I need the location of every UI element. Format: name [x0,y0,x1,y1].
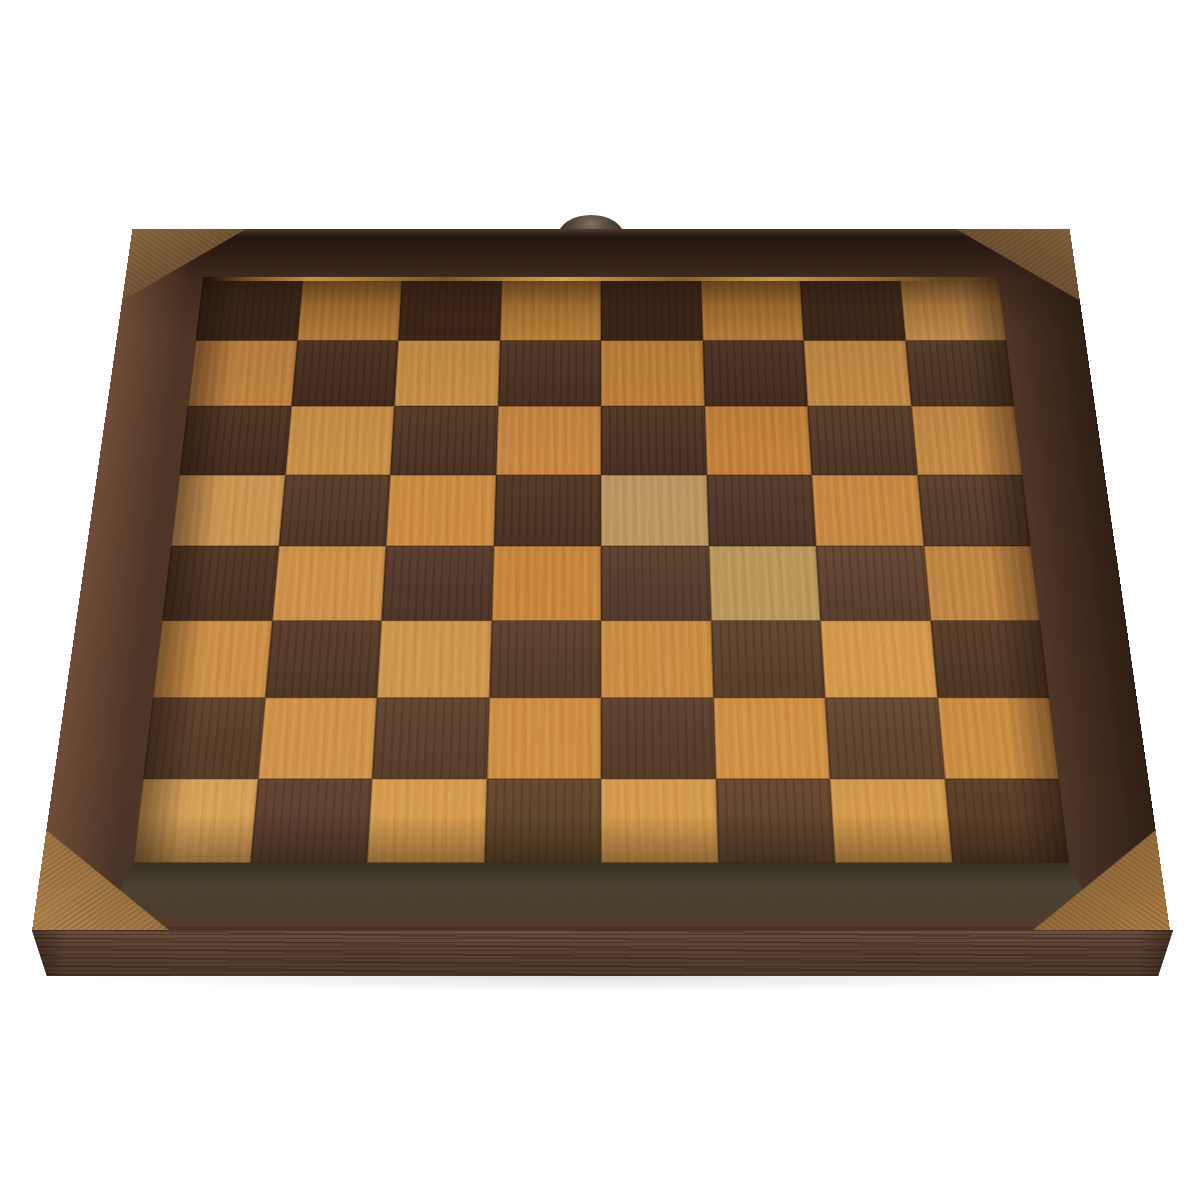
square-a1[interactable] [133,778,258,862]
square-c8[interactable] [398,277,501,340]
square-f8[interactable] [700,277,803,340]
light-glint [210,277,992,281]
square-f2[interactable] [713,698,830,779]
square-h7[interactable] [905,340,1014,406]
square-h5[interactable] [917,475,1031,546]
square-d5[interactable] [494,475,602,546]
square-c3[interactable] [377,620,491,697]
square-d1[interactable] [484,778,601,862]
square-c1[interactable] [367,778,486,862]
square-a7[interactable] [188,340,297,406]
square-f6[interactable] [704,406,811,475]
square-g5[interactable] [812,475,924,546]
square-f4[interactable] [709,546,821,620]
square-c2[interactable] [372,698,489,779]
square-d2[interactable] [487,698,601,779]
square-g2[interactable] [825,698,944,779]
square-h1[interactable] [944,778,1069,862]
square-g3[interactable] [820,620,937,697]
square-a6[interactable] [180,406,292,475]
square-g6[interactable] [808,406,917,475]
square-e2[interactable] [601,698,715,779]
square-h6[interactable] [911,406,1023,475]
square-f5[interactable] [706,475,816,546]
board-front-edge [32,930,1173,976]
square-c7[interactable] [394,340,499,406]
square-c6[interactable] [390,406,497,475]
board-scene [0,0,1200,1200]
square-g4[interactable] [816,546,930,620]
square-h3[interactable] [930,620,1049,697]
square-b4[interactable] [272,546,386,620]
square-e6[interactable] [601,406,706,475]
square-b6[interactable] [285,406,394,475]
square-h8[interactable] [899,277,1006,340]
square-d4[interactable] [491,546,601,620]
square-h2[interactable] [937,698,1059,779]
square-e8[interactable] [601,277,702,340]
square-a2[interactable] [143,698,265,779]
square-e7[interactable] [601,340,704,406]
square-c5[interactable] [386,475,496,546]
square-d6[interactable] [496,406,601,475]
square-d8[interactable] [500,277,601,340]
square-h4[interactable] [924,546,1040,620]
square-g8[interactable] [800,277,905,340]
chessboard [32,229,1170,931]
square-a4[interactable] [162,546,278,620]
square-d3[interactable] [489,620,601,697]
checkerboard-grid [133,277,1069,863]
square-g1[interactable] [830,778,952,862]
square-f1[interactable] [715,778,834,862]
square-d7[interactable] [498,340,601,406]
square-g7[interactable] [804,340,911,406]
square-a5[interactable] [171,475,285,546]
board-well [133,277,1069,863]
square-a3[interactable] [153,620,272,697]
square-c4[interactable] [382,546,494,620]
recess-wall [101,862,1101,927]
square-a8[interactable] [196,277,303,340]
square-e4[interactable] [601,546,711,620]
square-b2[interactable] [258,698,377,779]
square-b8[interactable] [297,277,402,340]
square-b3[interactable] [265,620,382,697]
square-e5[interactable] [601,475,709,546]
square-f7[interactable] [702,340,807,406]
square-b5[interactable] [279,475,391,546]
square-b1[interactable] [250,778,372,862]
square-b7[interactable] [291,340,398,406]
square-f3[interactable] [711,620,825,697]
square-e3[interactable] [601,620,713,697]
square-e1[interactable] [601,778,718,862]
photo-background [0,0,1200,1200]
